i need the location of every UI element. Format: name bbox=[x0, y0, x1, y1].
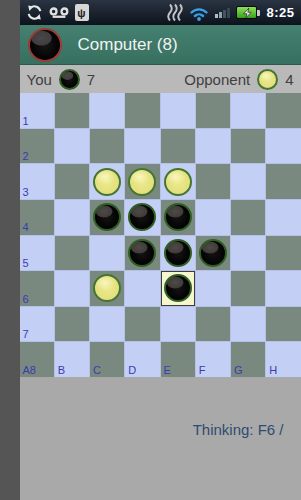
board-square-f3[interactable] bbox=[196, 164, 230, 199]
board-square-d6[interactable] bbox=[125, 271, 159, 306]
board-square-d7[interactable] bbox=[125, 307, 159, 342]
board-square-e2[interactable] bbox=[161, 129, 195, 164]
coordinate-label: F bbox=[199, 364, 206, 376]
coordinate-label: 7 bbox=[23, 328, 29, 340]
footer: Thinking: F6 / bbox=[20, 377, 301, 500]
yellow-disc bbox=[164, 168, 192, 196]
yellow-disc bbox=[93, 168, 121, 196]
coordinate-label: E bbox=[164, 364, 171, 376]
board-square-g3[interactable] bbox=[231, 164, 265, 199]
board-square-c5[interactable] bbox=[90, 236, 124, 271]
board-square-b4[interactable] bbox=[55, 200, 89, 235]
board-square-e5[interactable] bbox=[161, 236, 195, 271]
board-square-d2[interactable] bbox=[125, 129, 159, 164]
board-square-f2[interactable] bbox=[196, 129, 230, 164]
board-square-g2[interactable] bbox=[231, 129, 265, 164]
board-square-e8[interactable]: E bbox=[161, 342, 195, 377]
board-square-f4[interactable] bbox=[196, 200, 230, 235]
yellow-disc bbox=[128, 168, 156, 196]
usb-icon: ψ bbox=[75, 4, 89, 21]
board-square-e3[interactable] bbox=[161, 164, 195, 199]
board-square-e6[interactable] bbox=[161, 271, 195, 306]
board-square-a4[interactable]: 4 bbox=[20, 200, 54, 235]
board-square-f5[interactable] bbox=[196, 236, 230, 271]
board-square-c1[interactable] bbox=[90, 93, 124, 128]
board-square-g1[interactable] bbox=[231, 93, 265, 128]
black-disc bbox=[164, 203, 192, 231]
you-score: 7 bbox=[87, 71, 95, 88]
board-square-b3[interactable] bbox=[55, 164, 89, 199]
board-square-b1[interactable] bbox=[55, 93, 89, 128]
board-square-h3[interactable] bbox=[266, 164, 300, 199]
board-square-f6[interactable] bbox=[196, 271, 230, 306]
board-square-c6[interactable] bbox=[90, 271, 124, 306]
black-disc bbox=[128, 239, 156, 267]
board-square-d8[interactable]: D bbox=[125, 342, 159, 377]
board-square-d4[interactable] bbox=[125, 200, 159, 235]
you-label: You bbox=[27, 71, 52, 88]
coordinate-label: 3 bbox=[23, 186, 29, 198]
opponent-label: Opponent bbox=[184, 71, 250, 88]
app-screen: ψ 8:25 bbox=[20, 0, 301, 500]
board-square-c7[interactable] bbox=[90, 307, 124, 342]
board-square-e7[interactable] bbox=[161, 307, 195, 342]
board-square-d5[interactable] bbox=[125, 236, 159, 271]
board-square-e4[interactable] bbox=[161, 200, 195, 235]
coordinate-label: 4 bbox=[23, 221, 29, 233]
board-square-c3[interactable] bbox=[90, 164, 124, 199]
board-square-a8[interactable]: A8 bbox=[20, 342, 54, 377]
coordinate-label: 6 bbox=[23, 293, 29, 305]
battery-charging-icon bbox=[236, 6, 260, 19]
board-square-b7[interactable] bbox=[55, 307, 89, 342]
board-square-g8[interactable]: G bbox=[231, 342, 265, 377]
title-bar: Computer (8) bbox=[20, 25, 301, 65]
voicemail-icon bbox=[49, 6, 69, 19]
board-square-a7[interactable]: 7 bbox=[20, 307, 54, 342]
board-square-g5[interactable] bbox=[231, 236, 265, 271]
board-square-f1[interactable] bbox=[196, 93, 230, 128]
coordinate-label: D bbox=[128, 364, 136, 376]
black-disc bbox=[164, 274, 192, 302]
status-clock: 8:25 bbox=[266, 5, 294, 20]
board-square-h1[interactable] bbox=[266, 93, 300, 128]
board-square-h2[interactable] bbox=[266, 129, 300, 164]
board-square-e1[interactable] bbox=[161, 93, 195, 128]
app-black-disc-icon bbox=[28, 28, 62, 62]
status-bar: ψ 8:25 bbox=[20, 0, 301, 25]
coordinate-label: G bbox=[234, 364, 243, 376]
board-square-g7[interactable] bbox=[231, 307, 265, 342]
thinking-status: Thinking: F6 / bbox=[193, 421, 284, 438]
wifi-icon bbox=[189, 5, 209, 21]
board-square-h8[interactable]: H bbox=[266, 342, 300, 377]
you-black-disc-icon bbox=[59, 69, 80, 90]
coordinate-label: 2 bbox=[23, 150, 29, 162]
coordinate-label: 1 bbox=[23, 115, 29, 127]
coordinate-label: B bbox=[58, 364, 65, 376]
coordinate-label: 5 bbox=[23, 257, 29, 269]
coordinate-label: A8 bbox=[23, 364, 36, 376]
board-square-g6[interactable] bbox=[231, 271, 265, 306]
signal-strength-icon bbox=[215, 8, 230, 18]
board-square-a1[interactable]: 1 bbox=[20, 93, 54, 128]
board-square-g4[interactable] bbox=[231, 200, 265, 235]
black-disc bbox=[199, 239, 227, 267]
board-square-b2[interactable] bbox=[55, 129, 89, 164]
you-score-group: You 7 bbox=[27, 69, 96, 90]
black-disc bbox=[128, 203, 156, 231]
board-square-c2[interactable] bbox=[90, 129, 124, 164]
board-square-c8[interactable]: C bbox=[90, 342, 124, 377]
board-square-b6[interactable] bbox=[55, 271, 89, 306]
board-square-b5[interactable] bbox=[55, 236, 89, 271]
reversi-board: 1234567A8BCDEFGH bbox=[20, 93, 301, 377]
sync-icon bbox=[26, 4, 43, 21]
opponent-yellow-disc-icon bbox=[257, 69, 278, 90]
black-disc bbox=[93, 203, 121, 231]
page-title: Computer (8) bbox=[78, 35, 178, 55]
board-square-h5[interactable] bbox=[266, 236, 300, 271]
vibrate-icon bbox=[167, 3, 183, 22]
board-square-f8[interactable]: F bbox=[196, 342, 230, 377]
coordinate-label: C bbox=[93, 364, 101, 376]
board-square-d1[interactable] bbox=[125, 93, 159, 128]
opponent-score: 4 bbox=[285, 71, 293, 88]
board-square-a6[interactable]: 6 bbox=[20, 271, 54, 306]
board-square-h7[interactable] bbox=[266, 307, 300, 342]
board-square-a2[interactable]: 2 bbox=[20, 129, 54, 164]
yellow-disc bbox=[93, 274, 121, 302]
board-square-f7[interactable] bbox=[196, 307, 230, 342]
score-bar: You 7 Opponent 4 bbox=[20, 65, 301, 93]
board-square-b8[interactable]: B bbox=[55, 342, 89, 377]
board-square-a3[interactable]: 3 bbox=[20, 164, 54, 199]
board-square-a5[interactable]: 5 bbox=[20, 236, 54, 271]
black-disc bbox=[164, 239, 192, 267]
opponent-score-group: Opponent 4 bbox=[184, 69, 293, 90]
board-square-c4[interactable] bbox=[90, 200, 124, 235]
board-square-h6[interactable] bbox=[266, 271, 300, 306]
board-square-d3[interactable] bbox=[125, 164, 159, 199]
board-square-h4[interactable] bbox=[266, 200, 300, 235]
coordinate-label: H bbox=[269, 364, 277, 376]
